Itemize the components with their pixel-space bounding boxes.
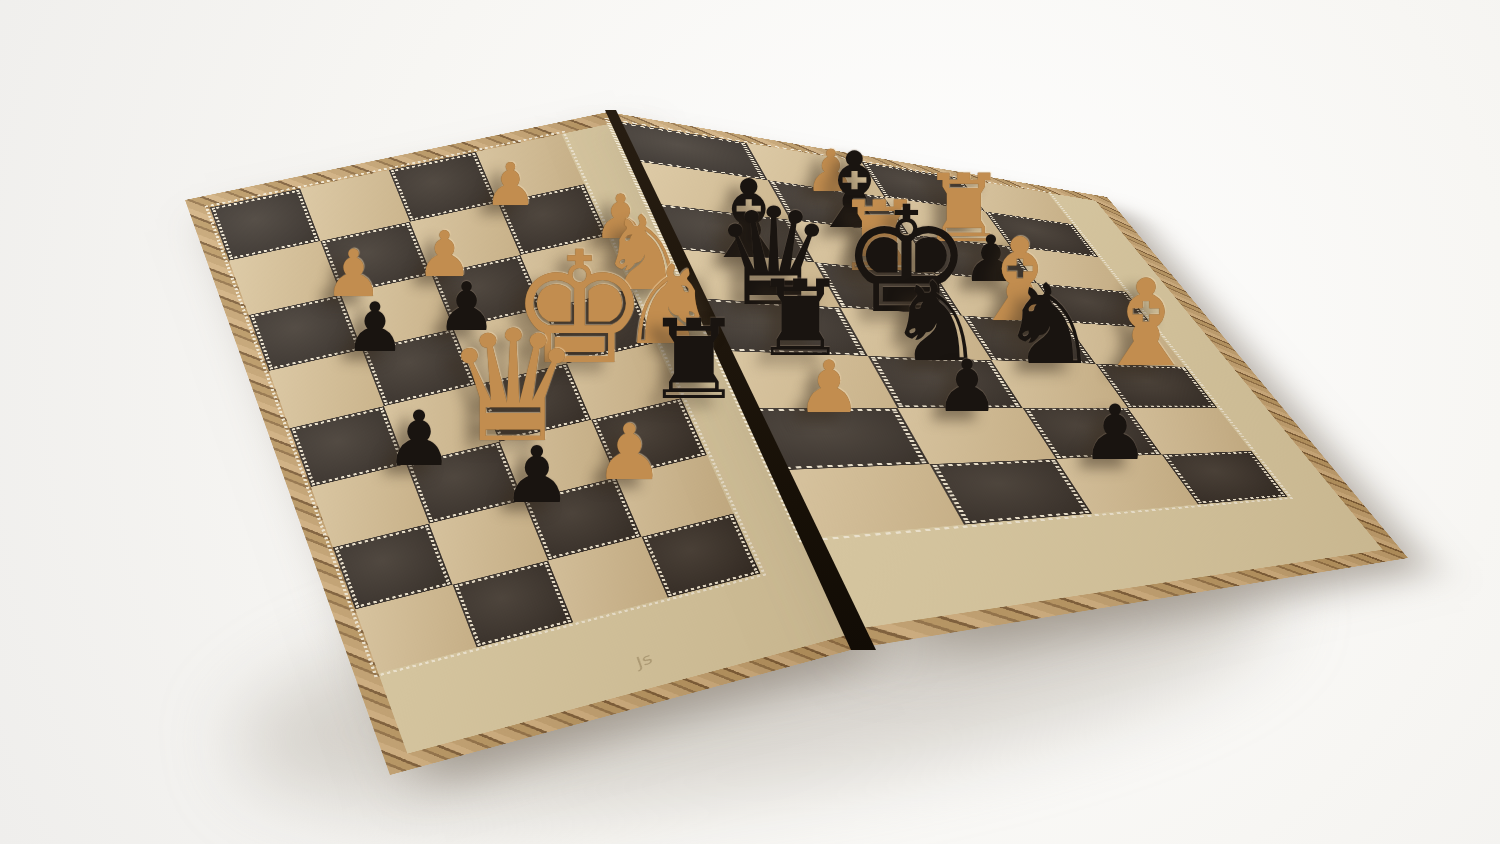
- piece-white-pawn-e3[interactable]: ♟: [793, 351, 865, 423]
- piece-black-pawn-a6[interactable]: ♟: [341, 294, 409, 362]
- piece-black-pawn-g2[interactable]: ♟: [1077, 395, 1153, 471]
- piece-black-pawn-a4[interactable]: ♟: [381, 401, 457, 477]
- piece-black-pawn-b3[interactable]: ♟: [498, 436, 576, 514]
- piece-white-bishop-h4[interactable]: ♝: [1086, 264, 1206, 384]
- piece-black-rook-d4[interactable]: ♜: [639, 305, 749, 415]
- piece-white-pawn-c8[interactable]: ♟: [481, 155, 540, 214]
- piece-white-pawn-c3[interactable]: ♟: [591, 414, 668, 491]
- piece-black-pawn-f3[interactable]: ♟: [931, 350, 1003, 422]
- signature-mark: Js: [630, 651, 656, 671]
